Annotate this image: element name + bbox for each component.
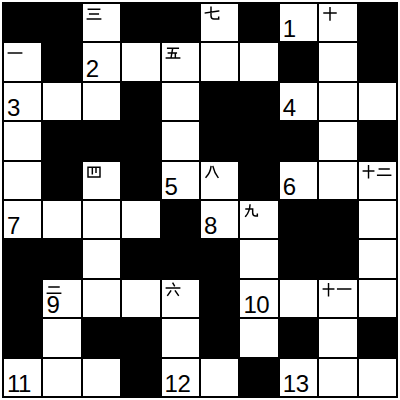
block-cell-r3c6 — [240, 122, 277, 159]
block-cell-r1c1 — [43, 43, 80, 80]
cell-r4c7[interactable]: 6 — [280, 162, 317, 199]
cell-r8c6[interactable] — [240, 319, 277, 356]
cell-r7c4[interactable] — [162, 280, 199, 317]
block-cell-r0c3 — [122, 4, 159, 41]
block-cell-r2c6 — [240, 83, 277, 120]
cell-r0c7[interactable]: 1 — [280, 4, 317, 41]
cell-r2c7[interactable]: 4 — [280, 83, 317, 120]
cell-r3c0[interactable] — [4, 122, 41, 159]
cell-r4c9[interactable] — [359, 162, 396, 199]
cell-r1c4[interactable] — [162, 43, 199, 80]
cell-r5c5[interactable]: 8 — [201, 201, 238, 238]
cell-r5c6[interactable] — [240, 201, 277, 238]
down-clue-numeral — [86, 6, 102, 22]
block-cell-r8c7 — [280, 319, 317, 356]
block-cell-r1c7 — [280, 43, 317, 80]
down-clue-numeral — [86, 164, 102, 180]
block-cell-r9c6 — [240, 359, 277, 396]
block-cell-r7c5 — [201, 280, 238, 317]
cell-r8c8[interactable] — [319, 319, 356, 356]
cell-r6c6[interactable] — [240, 240, 277, 277]
across-clue-number: 3 — [7, 96, 20, 120]
cell-r0c8[interactable] — [319, 4, 356, 41]
across-clue-number: 6 — [283, 175, 296, 199]
cell-r2c0[interactable]: 3 — [4, 83, 41, 120]
down-clue-numeral — [165, 45, 181, 61]
cell-r9c2[interactable] — [83, 359, 120, 396]
cell-r9c4[interactable]: 12 — [162, 359, 199, 396]
across-clue-number: 4 — [283, 96, 296, 120]
cell-r0c5[interactable] — [201, 4, 238, 41]
down-clue-numeral — [204, 6, 220, 22]
block-cell-r6c0 — [4, 240, 41, 277]
block-cell-r0c0 — [4, 4, 41, 41]
down-clue-numeral — [7, 45, 23, 61]
block-cell-r8c9 — [359, 319, 396, 356]
block-cell-r3c7 — [280, 122, 317, 159]
block-cell-r6c8 — [319, 240, 356, 277]
cell-r3c4[interactable] — [162, 122, 199, 159]
down-clue-numeral — [46, 282, 62, 298]
across-clue-number: 11 — [7, 372, 31, 396]
cell-r5c3[interactable] — [122, 201, 159, 238]
block-cell-r7c0 — [4, 280, 41, 317]
block-cell-r0c6 — [240, 4, 277, 41]
block-cell-r5c8 — [319, 201, 356, 238]
block-cell-r1c9 — [359, 43, 396, 80]
cell-r8c1[interactable] — [43, 319, 80, 356]
cell-r1c8[interactable] — [319, 43, 356, 80]
cell-r9c1[interactable] — [43, 359, 80, 396]
block-cell-r8c5 — [201, 319, 238, 356]
down-clue-numeral — [243, 203, 259, 219]
block-cell-r6c3 — [122, 240, 159, 277]
block-cell-r6c5 — [201, 240, 238, 277]
cell-r5c2[interactable] — [83, 201, 120, 238]
block-cell-r4c1 — [43, 162, 80, 199]
block-cell-r6c4 — [162, 240, 199, 277]
cell-r7c2[interactable] — [83, 280, 120, 317]
across-clue-number: 12 — [165, 372, 191, 396]
crossword-grid-image: 12345678910111213 — [0, 0, 400, 400]
cell-r6c2[interactable] — [83, 240, 120, 277]
cell-r2c2[interactable] — [83, 83, 120, 120]
across-clue-number: 1 — [283, 17, 296, 41]
crossword-board: 12345678910111213 — [2, 2, 398, 398]
block-cell-r4c3 — [122, 162, 159, 199]
across-clue-number: 13 — [283, 372, 309, 396]
block-cell-r5c4 — [162, 201, 199, 238]
cell-r1c2[interactable]: 2 — [83, 43, 120, 80]
cell-r2c9[interactable] — [359, 83, 396, 120]
cell-r8c4[interactable] — [162, 319, 199, 356]
down-clue-numeral — [362, 164, 392, 180]
cell-r9c7[interactable]: 13 — [280, 359, 317, 396]
cell-r9c8[interactable] — [319, 359, 356, 396]
cell-r7c7[interactable] — [280, 280, 317, 317]
block-cell-r9c3 — [122, 359, 159, 396]
cell-r4c8[interactable] — [319, 162, 356, 199]
down-clue-numeral — [204, 164, 220, 180]
across-clue-number: 5 — [165, 175, 178, 199]
block-cell-r5c7 — [280, 201, 317, 238]
cell-r2c1[interactable] — [43, 83, 80, 120]
block-cell-r6c1 — [43, 240, 80, 277]
cell-r4c4[interactable]: 5 — [162, 162, 199, 199]
cell-r0c2[interactable] — [83, 4, 120, 41]
cell-r2c4[interactable] — [162, 83, 199, 120]
across-clue-number: 7 — [7, 214, 20, 238]
cell-r1c3[interactable] — [122, 43, 159, 80]
block-cell-r8c0 — [4, 319, 41, 356]
cell-r9c0[interactable]: 11 — [4, 359, 41, 396]
cell-r9c9[interactable] — [359, 359, 396, 396]
block-cell-r4c6 — [240, 162, 277, 199]
cell-r5c9[interactable] — [359, 201, 396, 238]
across-clue-number: 8 — [204, 214, 217, 238]
cell-r6c9[interactable] — [359, 240, 396, 277]
down-clue-numeral — [322, 6, 338, 22]
block-cell-r0c9 — [359, 4, 396, 41]
block-cell-r2c3 — [122, 83, 159, 120]
cell-r7c3[interactable] — [122, 280, 159, 317]
block-cell-r6c7 — [280, 240, 317, 277]
cell-r1c6[interactable] — [240, 43, 277, 80]
cell-r1c0[interactable] — [4, 43, 41, 80]
cell-r5c1[interactable] — [43, 201, 80, 238]
down-clue-numeral — [322, 282, 352, 298]
cell-r4c0[interactable] — [4, 162, 41, 199]
cell-r4c5[interactable] — [201, 162, 238, 199]
block-cell-r8c3 — [122, 319, 159, 356]
block-cell-r0c4 — [162, 4, 199, 41]
across-clue-number: 10 — [243, 293, 269, 317]
across-clue-number: 2 — [86, 57, 99, 81]
cell-r3c8[interactable] — [319, 122, 356, 159]
cell-r7c9[interactable] — [359, 280, 396, 317]
cell-r1c5[interactable] — [201, 43, 238, 80]
down-clue-numeral — [165, 282, 181, 298]
block-cell-r3c1 — [43, 122, 80, 159]
cell-r4c2[interactable] — [83, 162, 120, 199]
block-cell-r3c3 — [122, 122, 159, 159]
cell-r2c8[interactable] — [319, 83, 356, 120]
block-cell-r3c5 — [201, 122, 238, 159]
block-cell-r3c2 — [83, 122, 120, 159]
block-cell-r3c9 — [359, 122, 396, 159]
block-cell-r2c5 — [201, 83, 238, 120]
cell-r7c8[interactable] — [319, 280, 356, 317]
cell-r7c6[interactable]: 10 — [240, 280, 277, 317]
block-cell-r0c1 — [43, 4, 80, 41]
cell-r5c0[interactable]: 7 — [4, 201, 41, 238]
block-cell-r8c2 — [83, 319, 120, 356]
cell-r9c5[interactable] — [201, 359, 238, 396]
cell-r7c1[interactable]: 9 — [43, 280, 80, 317]
